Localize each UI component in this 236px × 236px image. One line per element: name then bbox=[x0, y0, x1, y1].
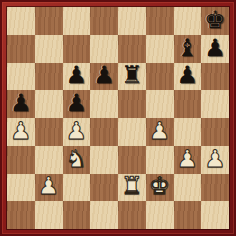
square-c3[interactable]: ♞ bbox=[63, 146, 91, 174]
square-a5[interactable]: ♟ bbox=[7, 90, 35, 118]
square-a7[interactable] bbox=[7, 35, 35, 63]
black-pawn-g6[interactable]: ♟ bbox=[177, 63, 199, 87]
square-e7[interactable] bbox=[118, 35, 146, 63]
square-d5[interactable] bbox=[90, 90, 118, 118]
black-bishop-g7[interactable]: ♝ bbox=[177, 36, 199, 60]
square-e8[interactable] bbox=[118, 7, 146, 35]
square-g2[interactable] bbox=[174, 174, 202, 202]
square-b3[interactable] bbox=[35, 146, 63, 174]
square-h8[interactable]: ♚ bbox=[201, 7, 229, 35]
square-b1[interactable] bbox=[35, 201, 63, 229]
square-d6[interactable]: ♟ bbox=[90, 63, 118, 91]
white-pawn-c4[interactable]: ♟ bbox=[66, 119, 88, 143]
square-d7[interactable] bbox=[90, 35, 118, 63]
square-d1[interactable] bbox=[90, 201, 118, 229]
white-rook-e2[interactable]: ♜ bbox=[121, 174, 143, 198]
square-c4[interactable]: ♟ bbox=[63, 118, 91, 146]
square-c5[interactable]: ♟ bbox=[63, 90, 91, 118]
black-pawn-c5[interactable]: ♟ bbox=[66, 91, 88, 115]
square-h7[interactable]: ♟ bbox=[201, 35, 229, 63]
square-f3[interactable] bbox=[146, 146, 174, 174]
black-pawn-d6[interactable]: ♟ bbox=[93, 63, 115, 87]
square-c2[interactable] bbox=[63, 174, 91, 202]
square-b8[interactable] bbox=[35, 7, 63, 35]
square-h2[interactable] bbox=[201, 174, 229, 202]
square-g7[interactable]: ♝ bbox=[174, 35, 202, 63]
square-b5[interactable] bbox=[35, 90, 63, 118]
board-frame: ♚♝♟♟♟♜♟♟♟♟♟♟♞♟♟♟♜♚ bbox=[0, 0, 236, 236]
black-rook-e6[interactable]: ♜ bbox=[121, 63, 143, 87]
black-pawn-c6[interactable]: ♟ bbox=[66, 63, 88, 87]
square-e2[interactable]: ♜ bbox=[118, 174, 146, 202]
square-h5[interactable] bbox=[201, 90, 229, 118]
square-f7[interactable] bbox=[146, 35, 174, 63]
square-b4[interactable] bbox=[35, 118, 63, 146]
square-d2[interactable] bbox=[90, 174, 118, 202]
square-g6[interactable]: ♟ bbox=[174, 63, 202, 91]
black-pawn-h7[interactable]: ♟ bbox=[204, 36, 226, 60]
square-e6[interactable]: ♜ bbox=[118, 63, 146, 91]
white-pawn-f4[interactable]: ♟ bbox=[149, 119, 171, 143]
square-b2[interactable]: ♟ bbox=[35, 174, 63, 202]
square-d4[interactable] bbox=[90, 118, 118, 146]
square-b6[interactable] bbox=[35, 63, 63, 91]
square-a8[interactable] bbox=[7, 7, 35, 35]
black-king-h8[interactable]: ♚ bbox=[204, 8, 226, 32]
square-f5[interactable] bbox=[146, 90, 174, 118]
white-pawn-g3[interactable]: ♟ bbox=[177, 147, 199, 171]
square-h4[interactable] bbox=[201, 118, 229, 146]
square-a1[interactable] bbox=[7, 201, 35, 229]
square-a6[interactable] bbox=[7, 63, 35, 91]
square-f6[interactable] bbox=[146, 63, 174, 91]
square-a3[interactable] bbox=[7, 146, 35, 174]
square-e1[interactable] bbox=[118, 201, 146, 229]
square-c6[interactable]: ♟ bbox=[63, 63, 91, 91]
white-pawn-h3[interactable]: ♟ bbox=[204, 147, 226, 171]
square-h3[interactable]: ♟ bbox=[201, 146, 229, 174]
square-g1[interactable] bbox=[174, 201, 202, 229]
square-g4[interactable] bbox=[174, 118, 202, 146]
square-a2[interactable] bbox=[7, 174, 35, 202]
square-c7[interactable] bbox=[63, 35, 91, 63]
square-c8[interactable] bbox=[63, 7, 91, 35]
black-pawn-a5[interactable]: ♟ bbox=[10, 91, 32, 115]
white-pawn-a4[interactable]: ♟ bbox=[10, 119, 32, 143]
white-king-f2[interactable]: ♚ bbox=[149, 174, 171, 198]
white-pawn-b2[interactable]: ♟ bbox=[38, 174, 60, 198]
square-f2[interactable]: ♚ bbox=[146, 174, 174, 202]
chess-board: ♚♝♟♟♟♜♟♟♟♟♟♟♞♟♟♟♜♚ bbox=[7, 7, 229, 229]
square-e3[interactable] bbox=[118, 146, 146, 174]
square-f8[interactable] bbox=[146, 7, 174, 35]
square-b7[interactable] bbox=[35, 35, 63, 63]
square-f1[interactable] bbox=[146, 201, 174, 229]
square-h6[interactable] bbox=[201, 63, 229, 91]
square-g5[interactable] bbox=[174, 90, 202, 118]
square-h1[interactable] bbox=[201, 201, 229, 229]
square-d8[interactable] bbox=[90, 7, 118, 35]
square-f4[interactable]: ♟ bbox=[146, 118, 174, 146]
white-knight-c3[interactable]: ♞ bbox=[66, 147, 88, 171]
square-c1[interactable] bbox=[63, 201, 91, 229]
square-g3[interactable]: ♟ bbox=[174, 146, 202, 174]
square-g8[interactable] bbox=[174, 7, 202, 35]
square-d3[interactable] bbox=[90, 146, 118, 174]
square-a4[interactable]: ♟ bbox=[7, 118, 35, 146]
square-e4[interactable] bbox=[118, 118, 146, 146]
square-e5[interactable] bbox=[118, 90, 146, 118]
